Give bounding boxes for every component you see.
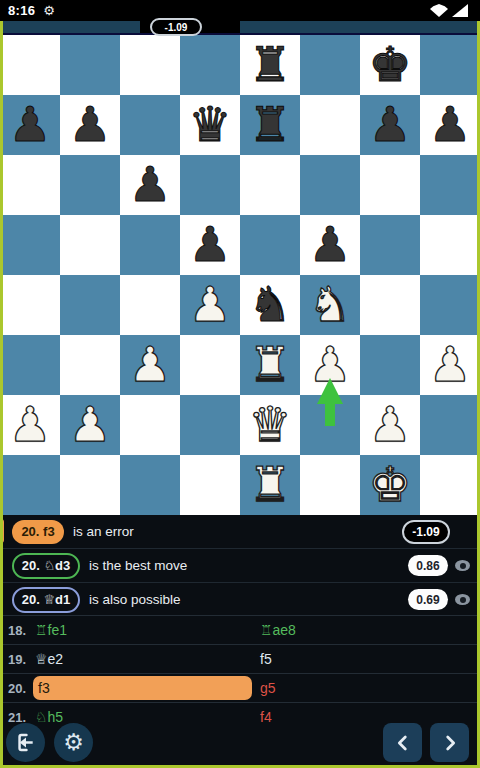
black-pawn: ♟ — [120, 155, 180, 215]
square-b6[interactable] — [60, 155, 120, 215]
screen-border — [0, 21, 3, 768]
square-h1[interactable] — [420, 455, 480, 515]
square-b4[interactable] — [60, 275, 120, 335]
black-pawn: ♟ — [420, 95, 480, 155]
square-a2[interactable]: ♟ — [0, 395, 60, 455]
move-number: 20. — [8, 681, 26, 696]
square-f7[interactable] — [300, 95, 360, 155]
white-pawn: ♟ — [120, 335, 180, 395]
square-h7[interactable]: ♟ — [420, 95, 480, 155]
status-bar: 8:16 ⚙ — [0, 0, 480, 21]
move-number: 18. — [8, 623, 26, 638]
eye-icon[interactable] — [455, 560, 470, 571]
app-screen: 8:16 ⚙ -1.09 ♜♚♟♟♛♜♟♟♟♟♟♟♞♞♟♜♟♟♟♟♛♟♜♚ 20… — [0, 0, 480, 768]
white-pawn: ♟ — [420, 335, 480, 395]
black-pawn: ♟ — [180, 215, 240, 275]
white-pawn: ♟ — [300, 335, 360, 395]
square-a4[interactable] — [0, 275, 60, 335]
next-move-button[interactable] — [430, 723, 469, 762]
square-f8[interactable] — [300, 35, 360, 95]
black-move[interactable]: ♖ae8 — [260, 622, 296, 638]
square-c2[interactable] — [120, 395, 180, 455]
square-d3[interactable] — [180, 335, 240, 395]
status-time: 8:16 — [8, 3, 35, 18]
square-e7[interactable]: ♜ — [240, 95, 300, 155]
square-d4[interactable]: ♟ — [180, 275, 240, 335]
square-c3[interactable]: ♟ — [120, 335, 180, 395]
black-rook: ♜ — [240, 95, 300, 155]
square-f3[interactable]: ♟ — [300, 335, 360, 395]
square-f6[interactable] — [300, 155, 360, 215]
white-queen: ♛ — [240, 395, 300, 455]
white-move[interactable]: ♘h5 — [35, 709, 63, 725]
move-number: 19. — [8, 652, 26, 667]
white-pawn: ♟ — [360, 395, 420, 455]
white-move[interactable]: ♖fe1 — [35, 622, 67, 638]
score-badge: -1.09 — [402, 520, 450, 544]
square-d5[interactable]: ♟ — [180, 215, 240, 275]
best-move-pill[interactable]: 20. ♘d3 — [12, 553, 80, 579]
square-g7[interactable]: ♟ — [360, 95, 420, 155]
black-queen: ♛ — [180, 95, 240, 155]
white-pawn: ♟ — [0, 395, 60, 455]
square-g3[interactable] — [360, 335, 420, 395]
white-king: ♚ — [360, 455, 420, 515]
square-a8[interactable] — [0, 35, 60, 95]
square-f4[interactable]: ♞ — [300, 275, 360, 335]
square-h5[interactable] — [420, 215, 480, 275]
square-g5[interactable] — [360, 215, 420, 275]
square-c7[interactable] — [120, 95, 180, 155]
settings-gear-icon: ⚙ — [43, 3, 55, 18]
exit-button[interactable] — [6, 723, 45, 762]
settings-button[interactable]: ⚙ — [54, 723, 93, 762]
analysis-text: is an error — [73, 524, 134, 539]
square-a3[interactable] — [0, 335, 60, 395]
square-c8[interactable] — [120, 35, 180, 95]
square-a7[interactable]: ♟ — [0, 95, 60, 155]
move-list: 18. ♖fe1 ♖ae8 19. ♕e2 f5 20. f3 g5 21. ♘… — [0, 615, 480, 731]
square-h6[interactable] — [420, 155, 480, 215]
square-c1[interactable] — [120, 455, 180, 515]
chevron-right-icon — [439, 732, 461, 754]
square-b8[interactable] — [60, 35, 120, 95]
analysis-row-error: 20. f3 is an error -1.09 — [0, 515, 480, 548]
square-h4[interactable] — [420, 275, 480, 335]
analysis-text: is also possible — [89, 592, 181, 607]
square-g8[interactable]: ♚ — [360, 35, 420, 95]
analysis-text: is the best move — [89, 558, 187, 573]
black-king: ♚ — [360, 35, 420, 95]
square-e8[interactable]: ♜ — [240, 35, 300, 95]
move-row: 18. ♖fe1 ♖ae8 — [0, 615, 480, 644]
black-pawn: ♟ — [60, 95, 120, 155]
square-d6[interactable] — [180, 155, 240, 215]
black-pawn: ♟ — [360, 95, 420, 155]
move-row-current: 20. f3 g5 — [0, 673, 480, 702]
square-d2[interactable] — [180, 395, 240, 455]
square-c6[interactable]: ♟ — [120, 155, 180, 215]
move-row: 19. ♕e2 f5 — [0, 644, 480, 673]
black-rook: ♜ — [240, 35, 300, 95]
square-e5[interactable] — [240, 215, 300, 275]
score-badge: 0.69 — [408, 589, 448, 610]
square-e4[interactable]: ♞ — [240, 275, 300, 335]
white-pawn: ♟ — [60, 395, 120, 455]
square-d7[interactable]: ♛ — [180, 95, 240, 155]
possible-move-pill[interactable]: 20. ♕d1 — [12, 587, 80, 613]
square-b1[interactable] — [60, 455, 120, 515]
square-g1[interactable]: ♚ — [360, 455, 420, 515]
black-move[interactable]: f5 — [260, 651, 272, 667]
square-c4[interactable] — [120, 275, 180, 335]
square-e1[interactable]: ♜ — [240, 455, 300, 515]
square-f2[interactable] — [300, 395, 360, 455]
square-a6[interactable] — [0, 155, 60, 215]
eval-score-badge: -1.09 — [150, 18, 202, 36]
square-e3[interactable]: ♜ — [240, 335, 300, 395]
square-d8[interactable] — [180, 35, 240, 95]
square-h3[interactable]: ♟ — [420, 335, 480, 395]
square-f5[interactable]: ♟ — [300, 215, 360, 275]
current-move-highlight[interactable]: f3 — [33, 676, 252, 700]
square-e2[interactable]: ♛ — [240, 395, 300, 455]
signal-icon — [452, 4, 468, 17]
white-rook: ♜ — [240, 335, 300, 395]
exit-icon — [14, 731, 37, 754]
prev-move-button[interactable] — [383, 723, 422, 762]
analysis-row-best: 20. ♘d3 is the best move 0.86 — [0, 548, 480, 582]
square-c5[interactable] — [120, 215, 180, 275]
square-a1[interactable] — [0, 455, 60, 515]
square-b7[interactable]: ♟ — [60, 95, 120, 155]
black-move[interactable]: f4 — [260, 709, 272, 725]
wifi-icon — [430, 4, 448, 17]
square-d1[interactable] — [180, 455, 240, 515]
black-move[interactable]: g5 — [260, 680, 276, 696]
square-g6[interactable] — [360, 155, 420, 215]
analysis-panel: 20. f3 is an error -1.09 20. ♘d3 is the … — [0, 515, 480, 615]
score-badge: 0.86 — [408, 555, 448, 576]
square-b5[interactable] — [60, 215, 120, 275]
white-rook: ♜ — [240, 455, 300, 515]
black-pawn: ♟ — [300, 215, 360, 275]
white-move[interactable]: ♕e2 — [35, 651, 63, 667]
square-b3[interactable] — [60, 335, 120, 395]
chevron-left-icon — [392, 732, 414, 754]
square-h8[interactable] — [420, 35, 480, 95]
square-b2[interactable]: ♟ — [60, 395, 120, 455]
chess-board: ♜♚♟♟♛♜♟♟♟♟♟♟♞♞♟♜♟♟♟♟♛♟♜♚ — [0, 35, 480, 515]
eye-icon[interactable] — [455, 594, 470, 605]
black-pawn: ♟ — [0, 95, 60, 155]
black-knight: ♞ — [240, 275, 300, 335]
gear-icon: ⚙ — [63, 731, 84, 754]
white-knight: ♞ — [300, 275, 360, 335]
white-pawn: ♟ — [180, 275, 240, 335]
played-move-pill[interactable]: 20. f3 — [12, 520, 64, 544]
square-g2[interactable]: ♟ — [360, 395, 420, 455]
square-f1[interactable] — [300, 455, 360, 515]
square-h2[interactable] — [420, 395, 480, 455]
analysis-row-possible: 20. ♕d1 is also possible 0.69 — [0, 582, 480, 616]
square-a5[interactable] — [0, 215, 60, 275]
square-g4[interactable] — [360, 275, 420, 335]
square-e6[interactable] — [240, 155, 300, 215]
